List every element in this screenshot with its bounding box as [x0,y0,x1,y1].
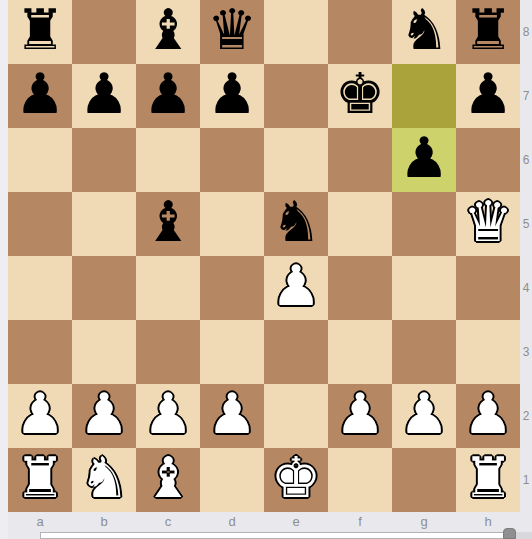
square-d1[interactable] [200,448,264,512]
square-b7[interactable]: ♟ [72,64,136,128]
square-a2[interactable]: ♟ [8,384,72,448]
rank-coordinates: 87654321 [520,0,532,512]
file-label-a: a [8,512,72,532]
horizontal-scrollbar-right-segment[interactable] [516,532,532,539]
file-coordinates: abcdefgh [8,512,520,532]
rank-label-2: 2 [520,384,532,448]
black-pawn-g6[interactable]: ♟ [399,130,449,186]
square-a7[interactable]: ♟ [8,64,72,128]
black-queen-d8[interactable]: ♛ [207,2,257,58]
square-d5[interactable] [200,192,264,256]
white-rook-h1[interactable]: ♜ [463,450,513,506]
square-h1[interactable]: ♜ [456,448,520,512]
file-label-c: c [136,512,200,532]
square-d6[interactable] [200,128,264,192]
white-pawn-g2[interactable]: ♟ [399,386,449,442]
white-queen-h5[interactable]: ♛ [463,194,513,250]
horizontal-scrollbar-thumb[interactable] [503,528,516,539]
square-a1[interactable]: ♜ [8,448,72,512]
square-a3[interactable] [8,320,72,384]
square-h5[interactable]: ♛ [456,192,520,256]
white-pawn-f2[interactable]: ♟ [335,386,385,442]
black-knight-e5[interactable]: ♞ [271,194,321,250]
square-a8[interactable]: ♜ [8,0,72,64]
square-h8[interactable]: ♜ [456,0,520,64]
black-rook-a8[interactable]: ♜ [15,2,65,58]
square-g1[interactable] [392,448,456,512]
black-pawn-h7[interactable]: ♟ [463,66,513,122]
square-d7[interactable]: ♟ [200,64,264,128]
square-g4[interactable] [392,256,456,320]
black-bishop-c8[interactable]: ♝ [143,2,193,58]
square-b4[interactable] [72,256,136,320]
square-a4[interactable] [8,256,72,320]
square-f4[interactable] [328,256,392,320]
square-h6[interactable] [456,128,520,192]
square-c1[interactable]: ♝ [136,448,200,512]
square-c7[interactable]: ♟ [136,64,200,128]
square-d8[interactable]: ♛ [200,0,264,64]
page-left-margin [0,0,8,539]
square-h7[interactable]: ♟ [456,64,520,128]
square-e7[interactable] [264,64,328,128]
square-e5[interactable]: ♞ [264,192,328,256]
white-pawn-e4[interactable]: ♟ [271,258,321,314]
square-b2[interactable]: ♟ [72,384,136,448]
black-knight-g8[interactable]: ♞ [399,2,449,58]
square-e2[interactable] [264,384,328,448]
white-bishop-c1[interactable]: ♝ [143,450,193,506]
file-label-g: g [392,512,456,532]
square-h2[interactable]: ♟ [456,384,520,448]
square-g5[interactable] [392,192,456,256]
file-label-e: e [264,512,328,532]
square-g7[interactable] [392,64,456,128]
square-d2[interactable]: ♟ [200,384,264,448]
square-e4[interactable]: ♟ [264,256,328,320]
rank-label-5: 5 [520,192,532,256]
square-b1[interactable]: ♞ [72,448,136,512]
square-f6[interactable] [328,128,392,192]
square-b5[interactable] [72,192,136,256]
square-b8[interactable] [72,0,136,64]
black-pawn-c7[interactable]: ♟ [143,66,193,122]
square-a6[interactable] [8,128,72,192]
chess-app-window: ♜♝♛♞♜♟♟♟♟♚♟♟♝♞♛♟♟♟♟♟♟♟♟♜♞♝♚♜ 87654321 ab… [0,0,532,539]
black-rook-h8[interactable]: ♜ [463,2,513,58]
square-c4[interactable] [136,256,200,320]
square-g2[interactable]: ♟ [392,384,456,448]
black-king-f7[interactable]: ♚ [335,66,385,122]
rank-label-3: 3 [520,320,532,384]
square-e8[interactable] [264,0,328,64]
square-e6[interactable] [264,128,328,192]
white-pawn-h2[interactable]: ♟ [463,386,513,442]
black-bishop-c5[interactable]: ♝ [143,194,193,250]
square-c6[interactable] [136,128,200,192]
square-c3[interactable] [136,320,200,384]
square-h4[interactable] [456,256,520,320]
square-f2[interactable]: ♟ [328,384,392,448]
square-f8[interactable] [328,0,392,64]
black-pawn-d7[interactable]: ♟ [207,66,257,122]
square-b6[interactable] [72,128,136,192]
file-label-d: d [200,512,264,532]
square-g3[interactable] [392,320,456,384]
square-f1[interactable] [328,448,392,512]
square-d3[interactable] [200,320,264,384]
horizontal-scrollbar-track[interactable] [40,532,504,539]
square-c2[interactable]: ♟ [136,384,200,448]
square-d4[interactable] [200,256,264,320]
file-label-b: b [72,512,136,532]
square-c5[interactable]: ♝ [136,192,200,256]
white-pawn-b2[interactable]: ♟ [79,386,129,442]
rank-label-4: 4 [520,256,532,320]
square-f5[interactable] [328,192,392,256]
square-e1[interactable]: ♚ [264,448,328,512]
square-g8[interactable]: ♞ [392,0,456,64]
white-king-e1[interactable]: ♚ [271,450,321,506]
black-pawn-a7[interactable]: ♟ [15,66,65,122]
white-pawn-d2[interactable]: ♟ [207,386,257,442]
rank-label-8: 8 [520,0,532,64]
black-pawn-b7[interactable]: ♟ [79,66,129,122]
rank-label-7: 7 [520,64,532,128]
square-b3[interactable] [72,320,136,384]
square-h3[interactable] [456,320,520,384]
square-f7[interactable]: ♚ [328,64,392,128]
file-label-f: f [328,512,392,532]
rank-label-1: 1 [520,448,532,512]
white-pawn-a2[interactable]: ♟ [15,386,65,442]
rank-label-6: 6 [520,128,532,192]
square-f3[interactable] [328,320,392,384]
square-e3[interactable] [264,320,328,384]
square-a5[interactable] [8,192,72,256]
white-knight-b1[interactable]: ♞ [79,450,129,506]
chess-board: ♜♝♛♞♜♟♟♟♟♚♟♟♝♞♛♟♟♟♟♟♟♟♟♜♞♝♚♜ [8,0,520,512]
square-g6[interactable]: ♟ [392,128,456,192]
square-c8[interactable]: ♝ [136,0,200,64]
white-pawn-c2[interactable]: ♟ [143,386,193,442]
white-rook-a1[interactable]: ♜ [15,450,65,506]
